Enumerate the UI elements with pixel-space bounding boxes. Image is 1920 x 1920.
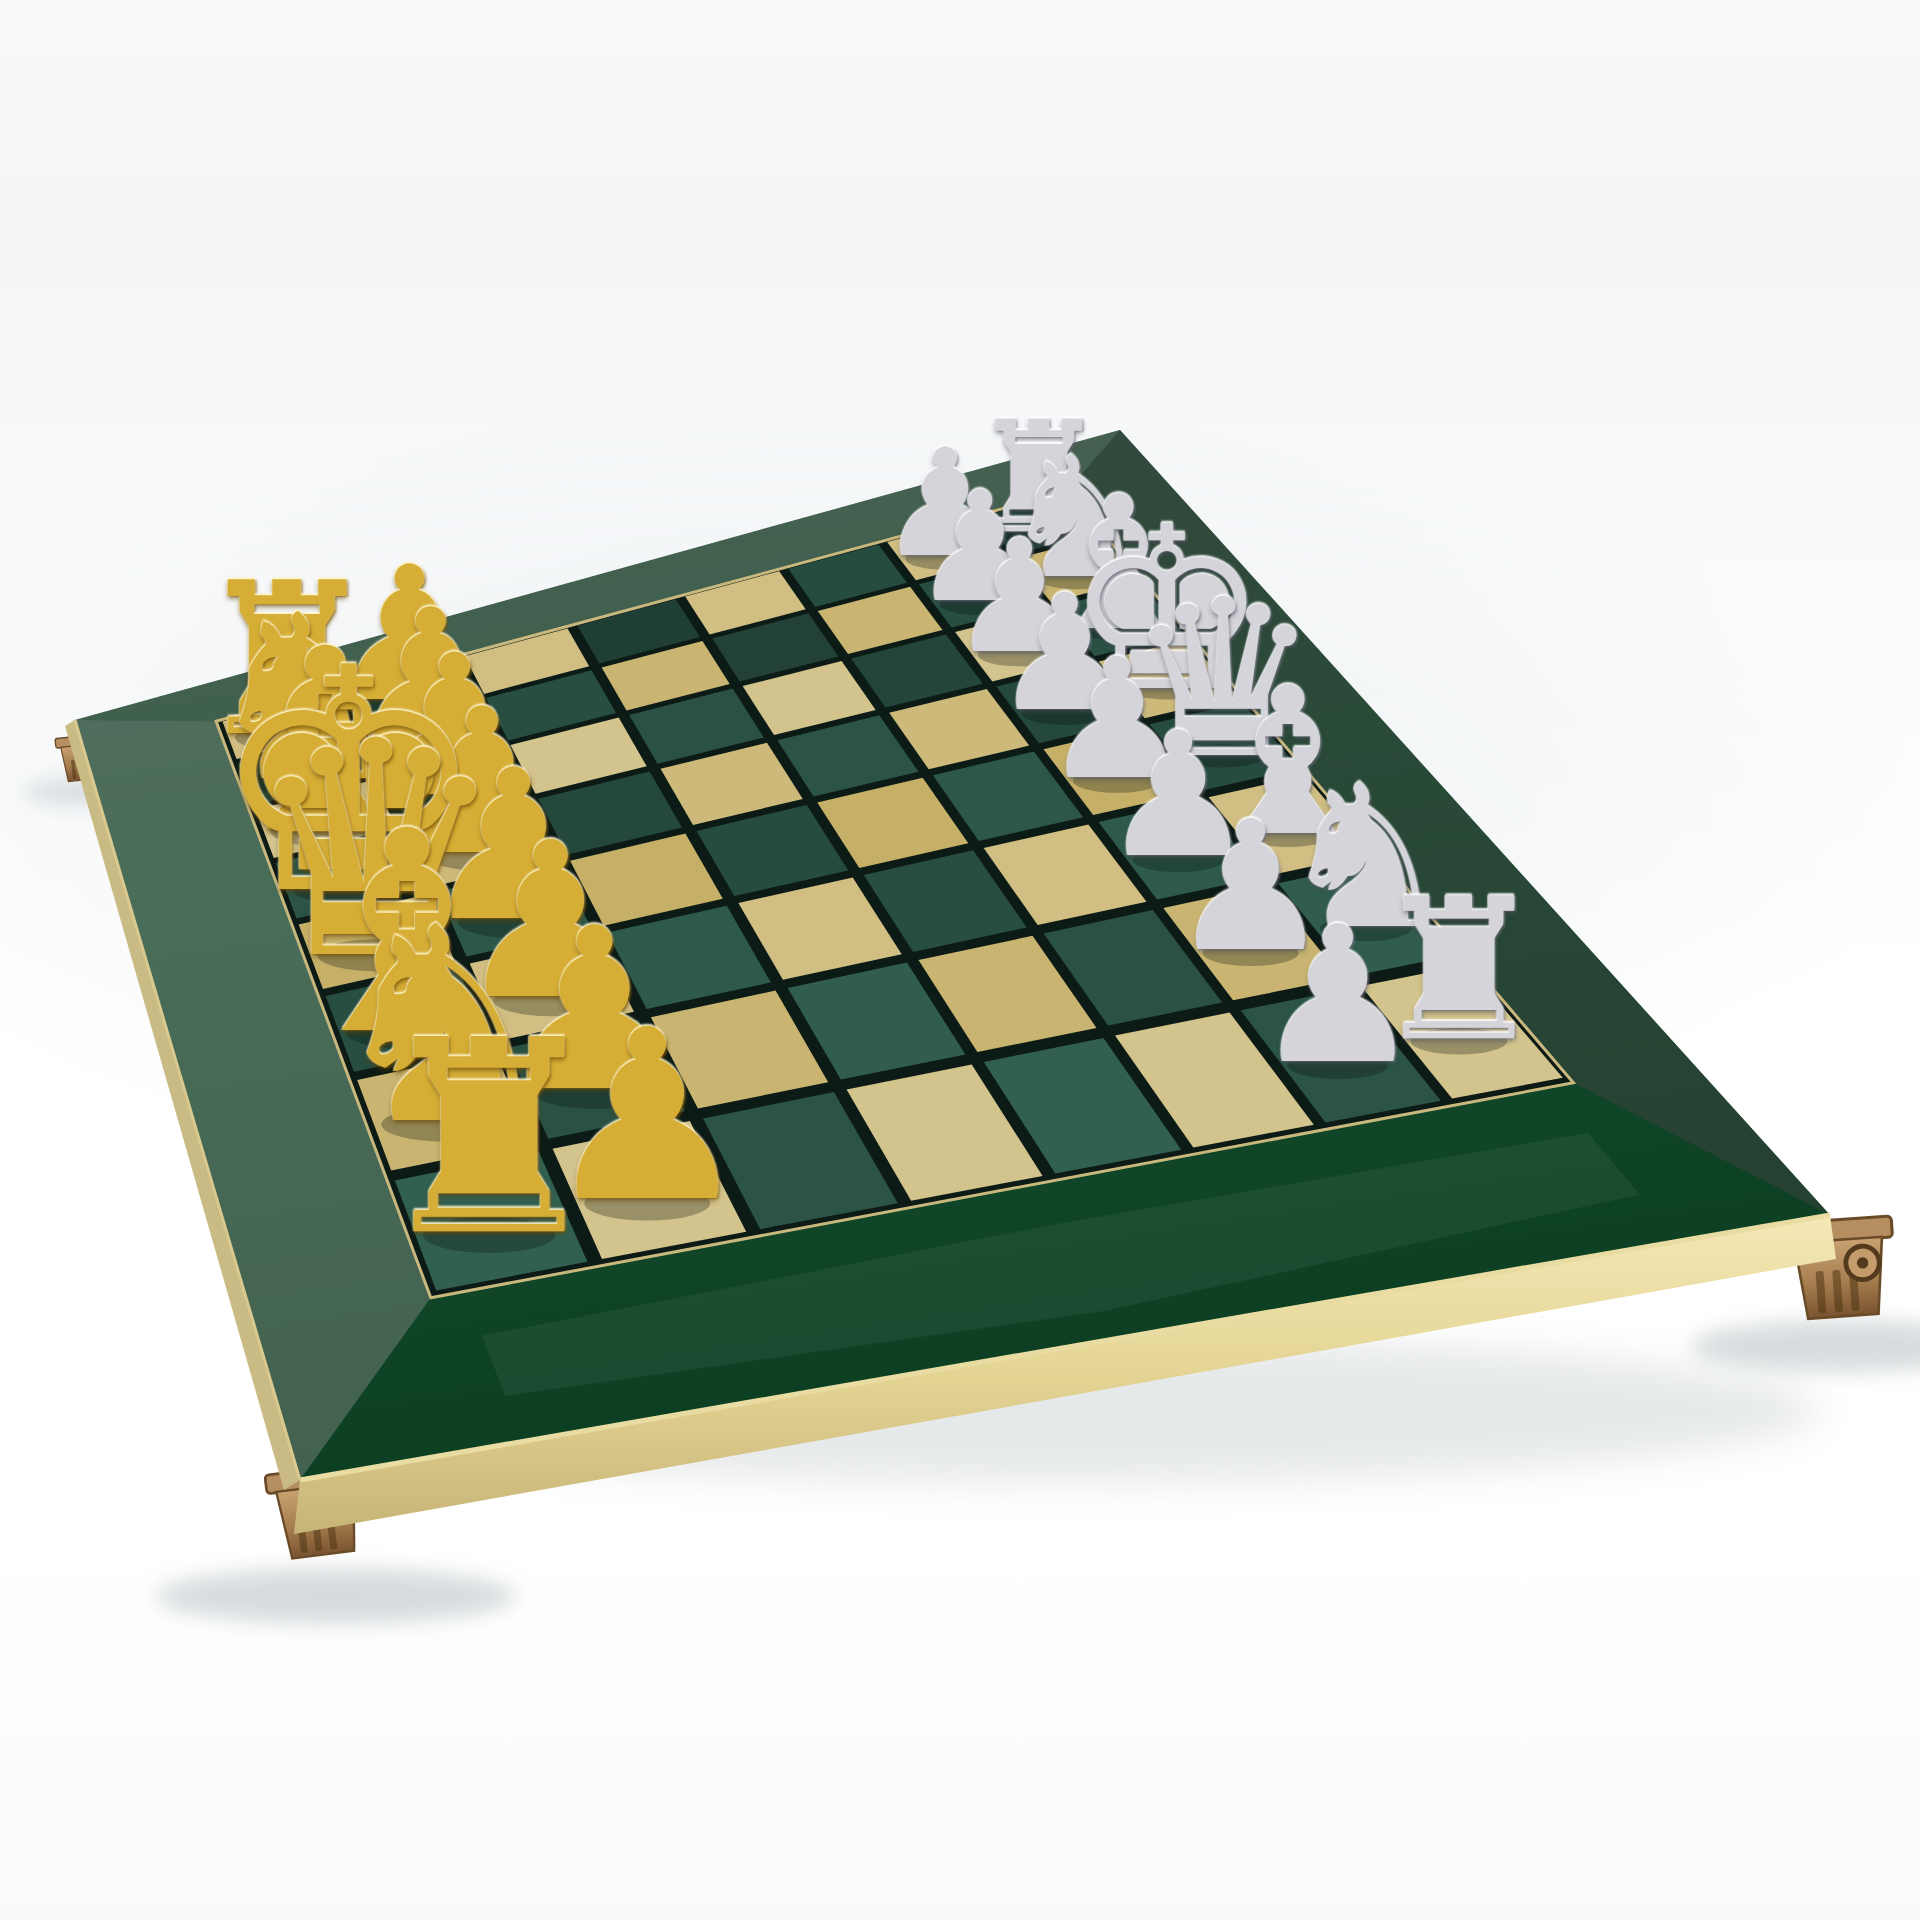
piece-silver-pawn-d7: ♟ [1034, 637, 1200, 803]
piece-gold-rook-h1: ♜ [182, 556, 393, 767]
piece-gold-pawn-g2: ♟ [336, 584, 526, 774]
piece-gold-bishop-f1: ♝ [199, 616, 452, 869]
piece-silver-pawn-h7: ♟ [871, 430, 1020, 579]
piece-gold-knight-g1: ♞ [191, 585, 420, 814]
piece-gold-pawn-f2: ♟ [357, 629, 552, 824]
piece-gold-knight-b1: ♞ [309, 892, 579, 1162]
piece-gold-pawn-b2: ♟ [482, 898, 707, 1123]
piece-silver-pawn-a7: ♟ [1243, 902, 1432, 1091]
piece-silver-rook-a8: ♜ [1361, 873, 1557, 1069]
piece-gold-king-e1: ♚ [194, 628, 503, 937]
piece-gold-bishop-c1: ♝ [268, 795, 547, 1074]
piece-gold-pawn-c2: ♟ [443, 814, 659, 1030]
piece-silver-bishop-c8: ♝ [1186, 661, 1390, 865]
piece-silver-bishop-f8: ♝ [1026, 472, 1211, 657]
piece-silver-pawn-f7: ♟ [941, 519, 1097, 675]
piece-silver-pawn-b7: ♟ [1161, 797, 1341, 977]
piece-silver-knight-b8: ♞ [1267, 759, 1465, 957]
piece-silver-pawn-e7: ♟ [984, 574, 1145, 735]
pieces-layer: ♜♟♟♜♞♟♟♞♝♟♟♝♚♟♟♚♛♟♟♛♝♟♟♝♞♟♟♞♜♟♟♜ [0, 0, 1920, 1920]
piece-silver-queen-d8: ♛ [1114, 571, 1332, 789]
piece-gold-pawn-d2: ♟ [410, 743, 618, 951]
product-photo-stage: ♜♟♟♜♞♟♟♞♝♟♟♝♚♟♟♚♛♟♟♛♝♟♟♝♞♟♟♞♜♟♟♜ [0, 0, 1920, 1920]
piece-gold-pawn-a2: ♟ [529, 999, 765, 1235]
piece-silver-knight-g8: ♞ [993, 435, 1161, 603]
piece-gold-queen-d1: ♛ [227, 703, 525, 1001]
piece-silver-pawn-g7: ♟ [904, 472, 1056, 624]
piece-silver-rook-h8: ♜ [962, 401, 1116, 555]
piece-gold-pawn-e2: ♟ [382, 682, 583, 883]
piece-silver-king-e8: ♚ [1054, 497, 1280, 723]
piece-silver-pawn-c7: ♟ [1092, 710, 1265, 883]
piece-gold-rook-a1: ♜ [355, 1005, 622, 1272]
piece-gold-pawn-h2: ♟ [317, 543, 503, 729]
